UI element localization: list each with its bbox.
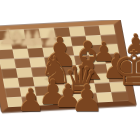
dark-pawn: ♟ <box>17 85 45 116</box>
light-pawn: ♟ <box>18 28 38 50</box>
chess-set-photo: ♞♟♟♟♟♟♟♟♝♟♞♚♛♟♟♟♟ <box>0 20 140 116</box>
product-photo-canvas: ♞♟♟♟♟♟♟♟♝♟♞♚♛♟♟♟♟ <box>0 0 140 140</box>
dark-pawn: ♟ <box>70 80 103 116</box>
dark-king: ♚ <box>112 44 140 92</box>
light-pawn: ♟ <box>0 27 18 49</box>
pieces-layer: ♞♟♟♟♟♟♟♟♝♟♞♚♛♟♟♟♟ <box>0 20 140 116</box>
